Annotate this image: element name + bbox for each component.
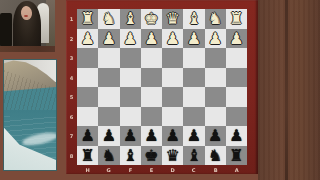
square-c8[interactable]: ♝ — [183, 146, 204, 166]
file-label-b: B — [206, 166, 224, 174]
square-a1[interactable]: ♜ — [226, 9, 247, 29]
wood-seam-line — [285, 0, 288, 180]
square-g6[interactable] — [98, 107, 119, 127]
square-b8[interactable]: ♞ — [205, 146, 226, 166]
black-pawn[interactable]: ♟ — [123, 126, 137, 146]
square-g7[interactable]: ♟ — [98, 126, 119, 146]
square-d2[interactable]: ♟ — [162, 29, 183, 49]
rank-label-6: 6 — [67, 108, 76, 125]
white-bishop[interactable]: ♝ — [187, 9, 201, 29]
black-pawn[interactable]: ♟ — [144, 126, 158, 146]
square-d6[interactable] — [162, 107, 183, 127]
chess-board-grid: ♜♞♝♚♛♝♞♜♟♟♟♟♟♟♟♟♟♟♟♟♟♟♟♟♜♞♝♚♛♝♞♜ — [77, 9, 247, 165]
dark-object — [0, 13, 12, 47]
square-e7[interactable]: ♟ — [141, 126, 162, 146]
file-label-c: C — [185, 166, 203, 174]
white-king[interactable]: ♚ — [144, 9, 158, 29]
square-c2[interactable]: ♟ — [183, 29, 204, 49]
file-label-h: H — [79, 166, 97, 174]
black-king[interactable]: ♚ — [144, 146, 158, 166]
square-d1[interactable]: ♛ — [162, 9, 183, 29]
wood-table-background — [258, 0, 320, 180]
file-labels: HGFEDCBA — [77, 165, 247, 174]
square-a2[interactable]: ♟ — [226, 29, 247, 49]
square-c4[interactable] — [183, 68, 204, 88]
square-f7[interactable]: ♟ — [120, 126, 141, 146]
square-c5[interactable] — [183, 87, 204, 107]
square-g1[interactable]: ♞ — [98, 9, 119, 29]
square-g2[interactable]: ♟ — [98, 29, 119, 49]
white-knight[interactable]: ♞ — [102, 9, 116, 29]
square-f4[interactable] — [120, 68, 141, 88]
square-h5[interactable] — [77, 87, 98, 107]
black-pawn[interactable]: ♟ — [102, 126, 116, 146]
square-e1[interactable]: ♚ — [141, 9, 162, 29]
square-f3[interactable] — [120, 48, 141, 68]
white-pawn[interactable]: ♟ — [123, 29, 137, 49]
scenery-video-thumbnail[interactable] — [3, 59, 57, 171]
black-pawn[interactable]: ♟ — [80, 126, 94, 146]
square-a4[interactable] — [226, 68, 247, 88]
webcam-bottom-band — [0, 46, 55, 52]
square-a3[interactable] — [226, 48, 247, 68]
black-rook[interactable]: ♜ — [229, 146, 243, 166]
black-knight[interactable]: ♞ — [102, 146, 116, 166]
rank-label-7: 7 — [67, 127, 76, 144]
file-label-f: F — [121, 166, 139, 174]
square-a8[interactable]: ♜ — [226, 146, 247, 166]
rank-label-5: 5 — [67, 88, 76, 105]
square-b7[interactable]: ♟ — [205, 126, 226, 146]
black-pawn[interactable]: ♟ — [229, 126, 243, 146]
stream-overlay-stage: 12345678 HGFEDCBA ♜♞♝♚♛♝♞♜♟♟♟♟♟♟♟♟♟♟♟♟♟♟… — [0, 0, 320, 180]
rank-label-2: 2 — [67, 30, 76, 47]
square-e2[interactable]: ♟ — [141, 29, 162, 49]
square-e6[interactable] — [141, 107, 162, 127]
white-pawn[interactable]: ♟ — [187, 29, 201, 49]
file-label-e: E — [142, 166, 160, 174]
streamer-lips — [24, 15, 28, 17]
black-pawn[interactable]: ♟ — [165, 126, 179, 146]
square-a7[interactable]: ♟ — [226, 126, 247, 146]
square-d7[interactable]: ♟ — [162, 126, 183, 146]
square-b5[interactable] — [205, 87, 226, 107]
black-pawn[interactable]: ♟ — [208, 126, 222, 146]
file-label-d: D — [164, 166, 182, 174]
file-label-a: A — [227, 166, 245, 174]
square-c7[interactable]: ♟ — [183, 126, 204, 146]
black-pawn[interactable]: ♟ — [187, 126, 201, 146]
square-h8[interactable]: ♜ — [77, 146, 98, 166]
square-f1[interactable]: ♝ — [120, 9, 141, 29]
square-g8[interactable]: ♞ — [98, 146, 119, 166]
white-queen[interactable]: ♛ — [165, 9, 179, 29]
white-pawn[interactable]: ♟ — [102, 29, 116, 49]
rank-label-4: 4 — [67, 69, 76, 86]
white-knight[interactable]: ♞ — [208, 9, 222, 29]
black-knight[interactable]: ♞ — [208, 146, 222, 166]
rank-label-1: 1 — [67, 10, 76, 27]
square-b6[interactable] — [205, 107, 226, 127]
square-f6[interactable] — [120, 107, 141, 127]
black-bishop[interactable]: ♝ — [187, 146, 201, 166]
rank-label-3: 3 — [67, 49, 76, 66]
square-d4[interactable] — [162, 68, 183, 88]
square-h1[interactable]: ♜ — [77, 9, 98, 29]
square-f5[interactable] — [120, 87, 141, 107]
square-d5[interactable] — [162, 87, 183, 107]
black-bishop[interactable]: ♝ — [123, 146, 137, 166]
square-h3[interactable] — [77, 48, 98, 68]
square-c1[interactable]: ♝ — [183, 9, 204, 29]
white-pawn[interactable]: ♟ — [229, 29, 243, 49]
square-f2[interactable]: ♟ — [120, 29, 141, 49]
square-c6[interactable] — [183, 107, 204, 127]
white-pawn[interactable]: ♟ — [80, 29, 94, 49]
white-rook[interactable]: ♜ — [80, 9, 94, 29]
square-h4[interactable] — [77, 68, 98, 88]
white-bishop[interactable]: ♝ — [123, 9, 137, 29]
square-e3[interactable] — [141, 48, 162, 68]
black-queen[interactable]: ♛ — [165, 146, 179, 166]
square-b1[interactable]: ♞ — [205, 9, 226, 29]
square-c3[interactable] — [183, 48, 204, 68]
square-e5[interactable] — [141, 87, 162, 107]
wood-grain-texture — [258, 0, 320, 180]
rank-label-8: 8 — [67, 147, 76, 164]
square-h2[interactable]: ♟ — [77, 29, 98, 49]
square-d8[interactable]: ♛ — [162, 146, 183, 166]
file-label-g: G — [100, 166, 118, 174]
square-f8[interactable]: ♝ — [120, 146, 141, 166]
white-pawn[interactable]: ♟ — [208, 29, 222, 49]
white-rook[interactable]: ♜ — [229, 9, 243, 29]
square-g4[interactable] — [98, 68, 119, 88]
square-a6[interactable] — [226, 107, 247, 127]
square-b4[interactable] — [205, 68, 226, 88]
square-a5[interactable] — [226, 87, 247, 107]
square-g3[interactable] — [98, 48, 119, 68]
square-e8[interactable]: ♚ — [141, 146, 162, 166]
black-rook[interactable]: ♜ — [80, 146, 94, 166]
square-b2[interactable]: ♟ — [205, 29, 226, 49]
square-g5[interactable] — [98, 87, 119, 107]
chess-board: 12345678 HGFEDCBA ♜♞♝♚♛♝♞♜♟♟♟♟♟♟♟♟♟♟♟♟♟♟… — [66, 0, 258, 174]
rank-labels: 12345678 — [66, 9, 77, 165]
white-pawn[interactable]: ♟ — [144, 29, 158, 49]
square-e4[interactable] — [141, 68, 162, 88]
square-h7[interactable]: ♟ — [77, 126, 98, 146]
white-pawn[interactable]: ♟ — [165, 29, 179, 49]
square-b3[interactable] — [205, 48, 226, 68]
square-d3[interactable] — [162, 48, 183, 68]
square-h6[interactable] — [77, 107, 98, 127]
webcam-video-thumbnail[interactable] — [0, 0, 55, 52]
